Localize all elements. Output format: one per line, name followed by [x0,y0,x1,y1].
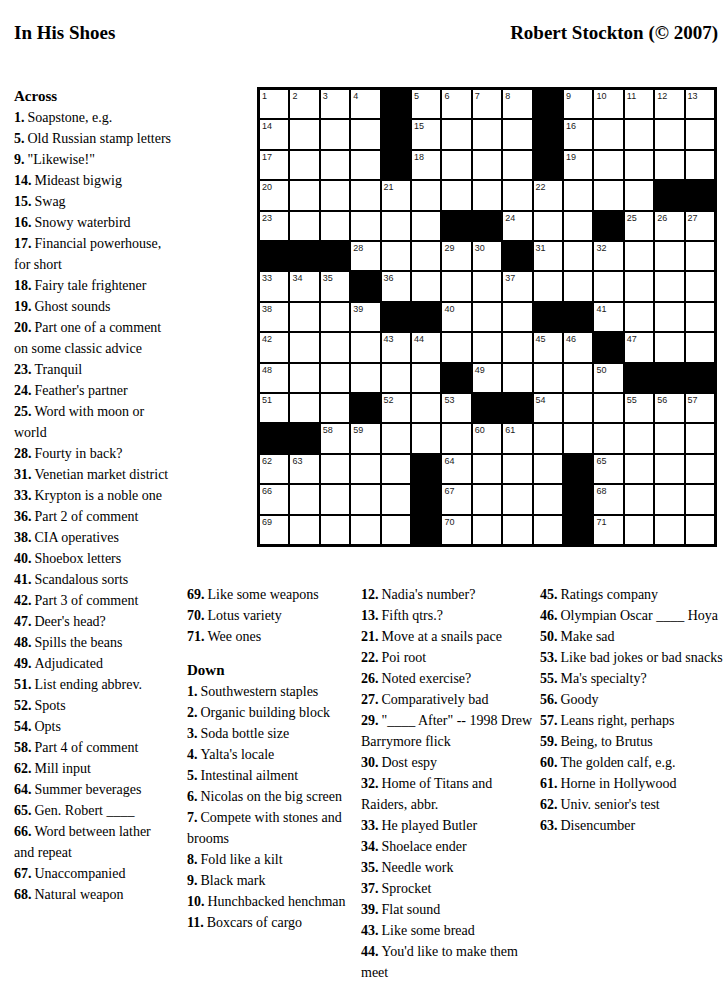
cell-r11c3[interactable] [321,394,349,422]
cell-r4c1[interactable]: 20 [260,181,288,209]
cell-r4c3[interactable] [321,181,349,209]
clue-number: 66. [14,824,32,839]
cell-r15c12[interactable]: 71 [594,516,622,544]
cell-r14c14[interactable] [655,485,683,513]
cell-number: 39 [353,304,363,314]
cell-r3c15[interactable] [686,151,714,179]
cell-r1c9[interactable]: 8 [503,90,531,118]
cell-r15c8[interactable] [473,516,501,544]
cell-r9c5[interactable]: 43 [382,333,410,361]
cell-r5c1[interactable]: 23 [260,212,288,240]
cell-r3c7[interactable] [442,151,470,179]
clue-number: 68. [14,887,32,902]
down-clue-26: 26.Noted exercise? [361,668,537,689]
cell-r7c15[interactable] [686,272,714,300]
down-clue-12: 12.Nadia's number? [361,584,537,605]
cell-r14c3[interactable] [321,485,349,513]
cell-number: 56 [657,395,667,405]
cell-r9c9[interactable] [503,333,531,361]
cell-r8c6 [412,303,440,331]
down-clue-56: 56.Goody [540,689,728,710]
cell-r2c13[interactable] [625,120,653,148]
cell-r13c15[interactable] [686,455,714,483]
cell-number: 40 [444,304,454,314]
cell-r6c11[interactable] [564,242,592,270]
down-clue-32: 32.Home of Titans and Raiders, abbr. [361,773,537,815]
across-clue-70: 70.Lotus variety [187,605,359,626]
cell-r7c10[interactable] [534,272,562,300]
cell-r13c13[interactable] [625,455,653,483]
cell-r11c7[interactable]: 53 [442,394,470,422]
cell-r14c8[interactable] [473,485,501,513]
cell-r2c6[interactable]: 15 [412,120,440,148]
cell-r9c8[interactable] [473,333,501,361]
clue-number: 65. [14,803,32,818]
cell-r1c7[interactable]: 6 [442,90,470,118]
cell-number: 70 [444,517,454,527]
cell-r12c7[interactable] [442,424,470,452]
down-clue-13: 13.Fifth qtrs.? [361,605,537,626]
clue-number: 67. [14,866,32,881]
cell-r9c10[interactable]: 45 [534,333,562,361]
cell-r15c13[interactable] [625,516,653,544]
cell-r11c12[interactable] [594,394,622,422]
cell-r1c11[interactable]: 9 [564,90,592,118]
cell-r10c10[interactable] [534,364,562,392]
cell-r9c11[interactable]: 46 [564,333,592,361]
cell-number: 65 [596,456,606,466]
cell-r14c15[interactable] [686,485,714,513]
cell-r4c9[interactable] [503,181,531,209]
down-clues-list-3: 45.Ratings company46.Olympian Oscar ____… [540,584,728,836]
cell-r11c15[interactable]: 57 [686,394,714,422]
cell-r6c8[interactable]: 30 [473,242,501,270]
cell-number: 62 [262,456,272,466]
cell-r8c11 [564,303,592,331]
clue-number: 49. [14,656,32,671]
cell-number: 42 [262,334,272,344]
clue-number: 69. [187,587,205,602]
cell-r11c5[interactable]: 52 [382,394,410,422]
cell-r6c13[interactable] [625,242,653,270]
cell-number: 4 [353,91,358,101]
cell-r6c12[interactable]: 32 [594,242,622,270]
down-clue-22: 22.Poi root [361,647,537,668]
cell-r2c8[interactable] [473,120,501,148]
clue-number: 26. [361,671,379,686]
cell-r12c13[interactable] [625,424,653,452]
cell-r7c11[interactable] [564,272,592,300]
cell-r10c4[interactable] [351,364,379,392]
cell-r10c2[interactable] [290,364,318,392]
cell-r14c10[interactable] [534,485,562,513]
cell-r8c15[interactable] [686,303,714,331]
cell-r15c15[interactable] [686,516,714,544]
cell-r12c8[interactable]: 60 [473,424,501,452]
cell-number: 57 [688,395,698,405]
down-clue-53: 53.Like bad jokes or bad snacks [540,647,728,668]
cell-r14c1[interactable]: 66 [260,485,288,513]
cell-number: 53 [444,395,454,405]
cell-r4c10[interactable]: 22 [534,181,562,209]
cell-r5c13[interactable]: 25 [625,212,653,240]
cell-r8c7[interactable]: 40 [442,303,470,331]
cell-r4c2[interactable] [290,181,318,209]
cell-number: 44 [414,334,424,344]
cell-r5c6[interactable] [412,212,440,240]
cell-r5c5[interactable] [382,212,410,240]
cell-r14c9[interactable] [503,485,531,513]
cell-r1c14[interactable]: 12 [655,90,683,118]
across-clue-64: 64.Summer beverages [14,779,171,800]
cell-r7c12[interactable] [594,272,622,300]
cell-r13c3[interactable] [321,455,349,483]
cell-r7c8[interactable] [473,272,501,300]
cell-r7c6[interactable] [412,272,440,300]
clue-number: 62. [540,797,558,812]
cell-r9c1[interactable]: 42 [260,333,288,361]
cell-r4c14 [655,181,683,209]
clue-number: 70. [187,608,205,623]
cell-r1c4[interactable]: 4 [351,90,379,118]
down-clue-6: 6.Nicolas on the big screen [187,786,359,807]
clue-number: 5. [187,768,198,783]
cell-r7c2[interactable]: 34 [290,272,318,300]
cell-number: 38 [262,304,272,314]
cell-r12c4[interactable]: 59 [351,424,379,452]
cell-r14c2[interactable] [290,485,318,513]
clue-number: 34. [361,839,379,854]
cell-r10c6[interactable] [412,364,440,392]
cell-r2c4[interactable] [351,120,379,148]
cell-r5c4[interactable] [351,212,379,240]
cell-r2c5 [382,120,410,148]
cell-r6c10[interactable]: 31 [534,242,562,270]
cell-r12c6[interactable] [412,424,440,452]
cell-r3c13[interactable] [625,151,653,179]
clue-number: 10. [187,894,205,909]
cell-number: 29 [444,243,454,253]
cell-number: 31 [536,243,546,253]
cell-r12c10[interactable] [534,424,562,452]
cell-r6c1 [260,242,288,270]
cell-r4c15 [686,181,714,209]
cell-r1c15[interactable]: 13 [686,90,714,118]
cell-r5c3[interactable] [321,212,349,240]
cell-r12c5[interactable] [382,424,410,452]
cell-r8c2[interactable] [290,303,318,331]
clue-number: 53. [540,650,558,665]
cell-number: 24 [505,213,515,223]
cell-r1c1[interactable]: 1 [260,90,288,118]
clue-number: 11. [187,915,204,930]
cell-r4c7[interactable] [442,181,470,209]
across-clue-14: 14.Mideast bigwig [14,170,171,191]
cell-r11c14[interactable]: 56 [655,394,683,422]
across-clue-41: 41.Scandalous sorts [14,569,171,590]
cell-r5c10[interactable] [534,212,562,240]
cell-number: 59 [353,425,363,435]
down-clue-34: 34.Shoelace ender [361,836,537,857]
cell-r9c13[interactable]: 47 [625,333,653,361]
cell-number: 33 [262,273,272,283]
cell-r11c4 [351,394,379,422]
cell-r14c4[interactable] [351,485,379,513]
clue-number: 63. [540,818,558,833]
cell-r3c14[interactable] [655,151,683,179]
cell-r2c7[interactable] [442,120,470,148]
cell-r3c11[interactable]: 19 [564,151,592,179]
cell-r13c5[interactable] [382,455,410,483]
cell-r13c12[interactable]: 65 [594,455,622,483]
cell-r1c5 [382,90,410,118]
cell-r15c10[interactable] [534,516,562,544]
cell-r1c8[interactable]: 7 [473,90,501,118]
down-clue-1: 1.Southwestern staples [187,681,359,702]
clues-column-3: 12.Nadia's number?13.Fifth qtrs.?21.Move… [361,584,537,983]
cell-r5c14[interactable]: 26 [655,212,683,240]
cell-r3c3[interactable] [321,151,349,179]
down-clue-4: 4.Yalta's locale [187,744,359,765]
cell-r12c11[interactable] [564,424,592,452]
cell-r5c2[interactable] [290,212,318,240]
header-bar: In His Shoes Robert Stockton (© 2007) [14,22,718,44]
clue-number: 16. [14,215,32,230]
cell-r13c8[interactable] [473,455,501,483]
clue-number: 45. [540,587,558,602]
cell-r10c3[interactable] [321,364,349,392]
across-clue-1: 1.Soapstone, e.g. [14,107,171,128]
down-clue-11: 11.Boxcars of cargo [187,912,359,933]
down-clue-5: 5.Intestinal ailment [187,765,359,786]
across-clue-68: 68.Natural weapon [14,884,171,905]
cell-r12c14[interactable] [655,424,683,452]
cell-r4c6[interactable] [412,181,440,209]
cell-r8c1[interactable]: 38 [260,303,288,331]
cell-r6c14[interactable] [655,242,683,270]
cell-r10c5[interactable] [382,364,410,392]
cell-r11c9 [503,394,531,422]
cell-r1c3[interactable]: 3 [321,90,349,118]
cell-r3c6[interactable]: 18 [412,151,440,179]
cell-r3c2[interactable] [290,151,318,179]
cell-r8c12[interactable]: 41 [594,303,622,331]
cell-r4c11[interactable] [564,181,592,209]
cell-r4c13[interactable] [625,181,653,209]
cell-r8c13[interactable] [625,303,653,331]
cell-r8c3[interactable] [321,303,349,331]
cell-r7c13[interactable] [625,272,653,300]
down-clue-8: 8.Fold like a kilt [187,849,359,870]
cell-r13c7[interactable]: 64 [442,455,470,483]
cell-r13c14[interactable] [655,455,683,483]
cell-number: 19 [566,152,576,162]
cell-r15c5[interactable] [382,516,410,544]
cell-r13c10[interactable] [534,455,562,483]
cell-r11c1[interactable]: 51 [260,394,288,422]
cell-r3c4[interactable] [351,151,379,179]
cell-r2c9[interactable] [503,120,531,148]
cell-r6c15[interactable] [686,242,714,270]
crossword-grid: 1234567891011121314151617181920212223242… [257,87,717,547]
cell-r6c7[interactable]: 29 [442,242,470,270]
cell-r7c9[interactable]: 37 [503,272,531,300]
cell-r8c9[interactable] [503,303,531,331]
cell-r2c12[interactable] [594,120,622,148]
cell-r7c3[interactable]: 35 [321,272,349,300]
down-clue-43: 43.Like some bread [361,920,537,941]
cell-r15c2[interactable] [290,516,318,544]
cell-number: 71 [596,517,606,527]
cell-number: 32 [596,243,606,253]
down-header: Down [187,660,359,681]
cell-r6c5[interactable] [382,242,410,270]
cell-r12c12[interactable] [594,424,622,452]
across-clue-66: 66.Word between lather and repeat [14,821,171,863]
cell-r3c10 [534,151,562,179]
clue-number: 40. [14,551,32,566]
cell-r13c1[interactable]: 62 [260,455,288,483]
cell-r10c12[interactable]: 50 [594,364,622,392]
across-clue-52: 52.Spots [14,695,171,716]
cell-r12c15[interactable] [686,424,714,452]
cell-r14c12[interactable]: 68 [594,485,622,513]
cell-r10c8[interactable]: 49 [473,364,501,392]
cell-r13c9[interactable] [503,455,531,483]
cell-r7c1[interactable]: 33 [260,272,288,300]
cell-r7c14[interactable] [655,272,683,300]
cell-number: 68 [596,486,606,496]
clue-number: 56. [540,692,558,707]
cell-r9c14[interactable] [655,333,683,361]
cell-r9c4[interactable] [351,333,379,361]
cell-number: 8 [505,91,510,101]
cell-r10c1[interactable]: 48 [260,364,288,392]
cell-r9c15[interactable] [686,333,714,361]
cell-r9c6[interactable]: 44 [412,333,440,361]
cell-r10c11[interactable] [564,364,592,392]
cell-r5c9[interactable]: 24 [503,212,531,240]
cell-r15c3[interactable] [321,516,349,544]
clue-number: 9. [14,152,25,167]
down-clue-33: 33.He played Butler [361,815,537,836]
cell-number: 28 [353,243,363,253]
cell-r13c2[interactable]: 63 [290,455,318,483]
cell-r8c14[interactable] [655,303,683,331]
cell-r12c3[interactable]: 58 [321,424,349,452]
cell-r3c8[interactable] [473,151,501,179]
clue-number: 18. [14,278,32,293]
cell-r15c9[interactable] [503,516,531,544]
cell-r3c12[interactable] [594,151,622,179]
clue-number: 23. [14,362,32,377]
cell-r6c4[interactable]: 28 [351,242,379,270]
cell-number: 9 [566,91,571,101]
clue-number: 14. [14,173,32,188]
cell-r2c14[interactable] [655,120,683,148]
clue-number: 3. [187,726,198,741]
cell-number: 58 [323,425,333,435]
cell-r2c11[interactable]: 16 [564,120,592,148]
cell-number: 18 [414,152,424,162]
clue-number: 15. [14,194,32,209]
down-clue-50: 50.Make sad [540,626,728,647]
cell-r14c7[interactable]: 67 [442,485,470,513]
cell-number: 50 [596,365,606,375]
cell-r14c13[interactable] [625,485,653,513]
down-clue-9: 9.Black mark [187,870,359,891]
clue-number: 25. [14,404,32,419]
clue-number: 60. [540,755,558,770]
cell-r1c12[interactable]: 10 [594,90,622,118]
cell-r11c2[interactable] [290,394,318,422]
down-clue-2: 2.Organic building block [187,702,359,723]
cell-r9c7[interactable] [442,333,470,361]
across-clue-47: 47.Deer's head? [14,611,171,632]
cell-r10c9[interactable] [503,364,531,392]
cell-r9c3[interactable] [321,333,349,361]
cell-number: 64 [444,456,454,466]
cell-r12c9[interactable]: 61 [503,424,531,452]
across-clue-28: 28.Fourty in back? [14,443,171,464]
clue-number: 28. [14,446,32,461]
cell-r5c15[interactable]: 27 [686,212,714,240]
cell-r15c7[interactable]: 70 [442,516,470,544]
cell-r4c5[interactable]: 21 [382,181,410,209]
cell-r15c14[interactable] [655,516,683,544]
cell-r5c11[interactable] [564,212,592,240]
cell-r1c2[interactable]: 2 [290,90,318,118]
cell-r4c8[interactable] [473,181,501,209]
cell-r3c9[interactable] [503,151,531,179]
cell-r3c1[interactable]: 17 [260,151,288,179]
cell-r14c5[interactable] [382,485,410,513]
clue-number: 7. [187,810,198,825]
cell-r4c12[interactable] [594,181,622,209]
cell-r15c1[interactable]: 69 [260,516,288,544]
down-clue-30: 30.Dost espy [361,752,537,773]
cell-r11c13[interactable]: 55 [625,394,653,422]
clue-number: 5. [14,131,25,146]
cell-r2c2[interactable] [290,120,318,148]
cell-r15c4[interactable] [351,516,379,544]
cell-r13c4[interactable] [351,455,379,483]
cell-r1c13[interactable]: 11 [625,90,653,118]
clue-number: 2. [187,705,198,720]
cell-r10c13 [625,364,653,392]
down-clue-57: 57.Leans right, perhaps [540,710,728,731]
cell-number: 22 [536,182,546,192]
cell-r6c6[interactable] [412,242,440,270]
cell-r2c1[interactable]: 14 [260,120,288,148]
cell-r4c4[interactable] [351,181,379,209]
cell-r9c2[interactable] [290,333,318,361]
cell-r1c6[interactable]: 5 [412,90,440,118]
cell-r11c6[interactable] [412,394,440,422]
cell-r7c7[interactable] [442,272,470,300]
across-clue-9: 9."Likewise!" [14,149,171,170]
cell-r2c15[interactable] [686,120,714,148]
down-clue-59: 59.Being, to Brutus [540,731,728,752]
clue-number: 58. [14,740,32,755]
cell-r2c3[interactable] [321,120,349,148]
cell-r11c11[interactable] [564,394,592,422]
cell-r7c5[interactable]: 36 [382,272,410,300]
cell-r8c4[interactable]: 39 [351,303,379,331]
cell-r8c8[interactable] [473,303,501,331]
cell-r11c10[interactable]: 54 [534,394,562,422]
cell-number: 1 [262,91,267,101]
